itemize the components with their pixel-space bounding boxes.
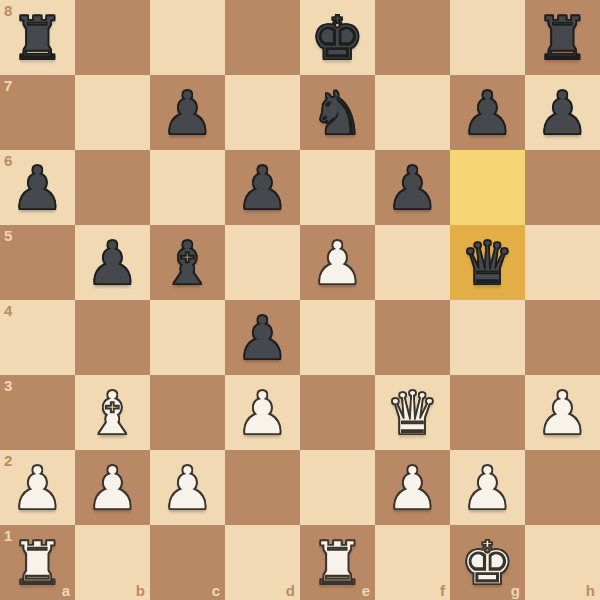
square-b6[interactable] — [75, 150, 150, 225]
square-b1[interactable]: b — [75, 525, 150, 600]
square-a8[interactable]: 8♜ — [0, 0, 75, 75]
square-g1[interactable]: g♚ — [450, 525, 525, 600]
square-h3[interactable]: ♟ — [525, 375, 600, 450]
rank-label-5: 5 — [4, 227, 12, 244]
piece-white-pawn[interactable]: ♟ — [450, 450, 525, 525]
piece-white-rook[interactable]: ♜ — [0, 525, 75, 600]
square-e4[interactable] — [300, 300, 375, 375]
square-d2[interactable] — [225, 450, 300, 525]
piece-black-pawn[interactable]: ♟ — [75, 225, 150, 300]
square-f4[interactable] — [375, 300, 450, 375]
rank-label-3: 3 — [4, 377, 12, 394]
square-b4[interactable] — [75, 300, 150, 375]
square-f5[interactable] — [375, 225, 450, 300]
file-label-d: d — [286, 582, 295, 599]
file-label-c: c — [212, 582, 220, 599]
square-g8[interactable] — [450, 0, 525, 75]
square-h6[interactable] — [525, 150, 600, 225]
piece-black-rook[interactable]: ♜ — [0, 0, 75, 75]
piece-white-pawn[interactable]: ♟ — [525, 375, 600, 450]
piece-black-knight[interactable]: ♞ — [300, 75, 375, 150]
square-h4[interactable] — [525, 300, 600, 375]
square-d8[interactable] — [225, 0, 300, 75]
piece-white-pawn[interactable]: ♟ — [0, 450, 75, 525]
square-h2[interactable] — [525, 450, 600, 525]
square-b3[interactable]: ♝ — [75, 375, 150, 450]
square-h1[interactable]: h — [525, 525, 600, 600]
square-f8[interactable] — [375, 0, 450, 75]
square-a3[interactable]: 3 — [0, 375, 75, 450]
square-e5[interactable]: ♟ — [300, 225, 375, 300]
piece-white-bishop[interactable]: ♝ — [75, 375, 150, 450]
square-c6[interactable] — [150, 150, 225, 225]
square-g7[interactable]: ♟ — [450, 75, 525, 150]
square-d6[interactable]: ♟ — [225, 150, 300, 225]
square-c1[interactable]: c — [150, 525, 225, 600]
square-b5[interactable]: ♟ — [75, 225, 150, 300]
file-label-h: h — [586, 582, 595, 599]
square-e7[interactable]: ♞ — [300, 75, 375, 150]
file-label-b: b — [136, 582, 145, 599]
square-c7[interactable]: ♟ — [150, 75, 225, 150]
square-d3[interactable]: ♟ — [225, 375, 300, 450]
piece-black-pawn[interactable]: ♟ — [0, 150, 75, 225]
square-d4[interactable]: ♟ — [225, 300, 300, 375]
piece-white-pawn[interactable]: ♟ — [300, 225, 375, 300]
piece-white-queen[interactable]: ♛ — [375, 375, 450, 450]
square-b2[interactable]: ♟ — [75, 450, 150, 525]
square-f2[interactable]: ♟ — [375, 450, 450, 525]
file-label-f: f — [440, 582, 445, 599]
square-a5[interactable]: 5 — [0, 225, 75, 300]
square-c5[interactable]: ♝ — [150, 225, 225, 300]
piece-white-pawn[interactable]: ♟ — [150, 450, 225, 525]
square-g3[interactable] — [450, 375, 525, 450]
square-a7[interactable]: 7 — [0, 75, 75, 150]
piece-white-pawn[interactable]: ♟ — [75, 450, 150, 525]
square-c3[interactable] — [150, 375, 225, 450]
square-c8[interactable] — [150, 0, 225, 75]
piece-black-king[interactable]: ♚ — [300, 0, 375, 75]
square-d7[interactable] — [225, 75, 300, 150]
square-d5[interactable] — [225, 225, 300, 300]
square-b7[interactable] — [75, 75, 150, 150]
square-b8[interactable] — [75, 0, 150, 75]
square-d1[interactable]: d — [225, 525, 300, 600]
piece-white-pawn[interactable]: ♟ — [375, 450, 450, 525]
piece-white-pawn[interactable]: ♟ — [225, 375, 300, 450]
piece-white-rook[interactable]: ♜ — [300, 525, 375, 600]
square-e8[interactable]: ♚ — [300, 0, 375, 75]
chess-board: 8♜♚♜7♟♞♟♟6♟♟♟5♟♝♟♛4♟3♝♟♛♟2♟♟♟♟♟1a♜bcde♜f… — [0, 0, 600, 600]
square-f7[interactable] — [375, 75, 450, 150]
piece-black-pawn[interactable]: ♟ — [450, 75, 525, 150]
square-h5[interactable] — [525, 225, 600, 300]
square-h8[interactable]: ♜ — [525, 0, 600, 75]
square-f3[interactable]: ♛ — [375, 375, 450, 450]
square-e2[interactable] — [300, 450, 375, 525]
square-g2[interactable]: ♟ — [450, 450, 525, 525]
piece-black-pawn[interactable]: ♟ — [375, 150, 450, 225]
piece-black-rook[interactable]: ♜ — [525, 0, 600, 75]
square-f1[interactable]: f — [375, 525, 450, 600]
square-a6[interactable]: 6♟ — [0, 150, 75, 225]
square-a2[interactable]: 2♟ — [0, 450, 75, 525]
square-c4[interactable] — [150, 300, 225, 375]
square-g6[interactable] — [450, 150, 525, 225]
piece-black-queen[interactable]: ♛ — [450, 225, 525, 300]
piece-black-pawn[interactable]: ♟ — [225, 300, 300, 375]
piece-black-pawn[interactable]: ♟ — [525, 75, 600, 150]
square-h7[interactable]: ♟ — [525, 75, 600, 150]
square-g4[interactable] — [450, 300, 525, 375]
square-e1[interactable]: e♜ — [300, 525, 375, 600]
rank-label-4: 4 — [4, 302, 12, 319]
piece-white-king[interactable]: ♚ — [450, 525, 525, 600]
piece-black-bishop[interactable]: ♝ — [150, 225, 225, 300]
square-e6[interactable] — [300, 150, 375, 225]
piece-black-pawn[interactable]: ♟ — [225, 150, 300, 225]
square-a1[interactable]: 1a♜ — [0, 525, 75, 600]
square-e3[interactable] — [300, 375, 375, 450]
piece-black-pawn[interactable]: ♟ — [150, 75, 225, 150]
square-c2[interactable]: ♟ — [150, 450, 225, 525]
square-g5[interactable]: ♛ — [450, 225, 525, 300]
square-f6[interactable]: ♟ — [375, 150, 450, 225]
rank-label-7: 7 — [4, 77, 12, 94]
square-a4[interactable]: 4 — [0, 300, 75, 375]
